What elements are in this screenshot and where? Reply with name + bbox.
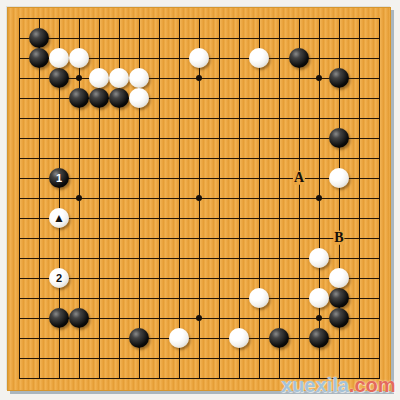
star-point [196, 315, 202, 321]
point-label-A: A [293, 171, 305, 185]
stone-white[interactable] [89, 68, 109, 88]
stone-white[interactable] [309, 288, 329, 308]
grid-line-vertical [239, 18, 240, 379]
stone-white[interactable] [129, 88, 149, 108]
star-point [316, 75, 322, 81]
stone-white[interactable] [129, 68, 149, 88]
stone-black[interactable] [269, 328, 289, 348]
grid-line-horizontal [19, 218, 380, 219]
star-point [316, 315, 322, 321]
stone-black[interactable] [289, 48, 309, 68]
point-label-B: B [333, 231, 344, 245]
grid-line-vertical [299, 18, 300, 379]
grid-line-vertical [379, 18, 380, 379]
stone-white[interactable] [169, 328, 189, 348]
go-board[interactable]: 1▲2AB [7, 7, 391, 391]
stone-black[interactable] [329, 128, 349, 148]
grid-line-vertical [359, 18, 360, 379]
stone-white[interactable] [249, 288, 269, 308]
stone-black[interactable] [89, 88, 109, 108]
stone-white[interactable] [49, 48, 69, 68]
move-number: 1 [56, 173, 62, 184]
watermark-domain: .com [349, 374, 396, 396]
stone-black[interactable] [69, 88, 89, 108]
star-point [316, 195, 322, 201]
watermark: xuexila.com [281, 374, 396, 397]
stone-white[interactable] [69, 48, 89, 68]
star-point [76, 75, 82, 81]
grid-line-horizontal [19, 278, 380, 279]
stone-white-marked-2[interactable]: 2 [49, 268, 69, 288]
watermark-site-name: xuexila [281, 374, 349, 396]
stone-black[interactable] [49, 308, 69, 328]
stone-white[interactable] [189, 48, 209, 68]
stone-white-marked-triangle[interactable]: ▲ [49, 208, 69, 228]
stone-white[interactable] [229, 328, 249, 348]
stone-black[interactable] [109, 88, 129, 108]
star-point [196, 195, 202, 201]
stone-black[interactable] [29, 28, 49, 48]
stone-white[interactable] [329, 168, 349, 188]
stone-white[interactable] [309, 248, 329, 268]
stone-black[interactable] [309, 328, 329, 348]
grid-line-horizontal [19, 358, 380, 359]
star-point [76, 195, 82, 201]
stone-black[interactable] [329, 288, 349, 308]
stone-white[interactable] [109, 68, 129, 88]
move-number: 2 [56, 273, 62, 284]
stone-white[interactable] [329, 268, 349, 288]
stone-white[interactable] [249, 48, 269, 68]
stone-black[interactable] [49, 68, 69, 88]
stone-black-marked-1[interactable]: 1 [49, 168, 69, 188]
stone-black[interactable] [129, 328, 149, 348]
grid-line-vertical [279, 18, 280, 379]
grid-line-vertical [259, 18, 260, 379]
stone-black[interactable] [329, 68, 349, 88]
stone-black[interactable] [29, 48, 49, 68]
star-point [196, 75, 202, 81]
triangle-mark: ▲ [53, 212, 65, 224]
grid-line-vertical [219, 18, 220, 379]
stone-black[interactable] [329, 308, 349, 328]
stone-black[interactable] [69, 308, 89, 328]
page: 1▲2AB xuexila.com [0, 0, 400, 400]
grid-line-horizontal [19, 238, 380, 239]
